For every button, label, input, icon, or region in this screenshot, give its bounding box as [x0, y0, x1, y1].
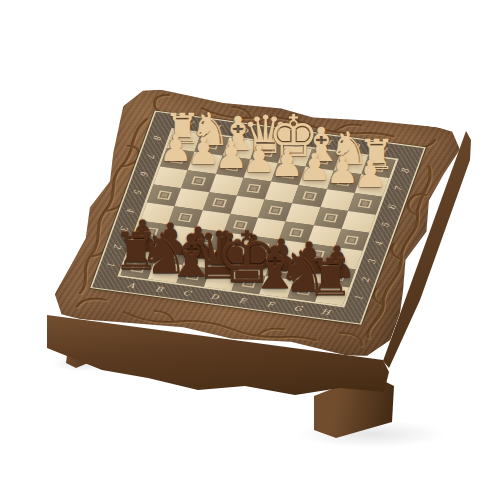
light-p-h7: ♟: [353, 156, 386, 193]
pieces-layer: ♜♞♝♛♚♝♞♜♟♟♟♟♟♟♟♟♟♟♟♟♟♟♟♟♜♞♝♛♚♝♞♜: [0, 0, 500, 500]
product-photo-scene: AABBCCDDEEFFGGHH1122334455667788 ♜♞♝♛♚♝♞…: [0, 0, 500, 500]
dark-r-h1: ♜: [307, 252, 353, 303]
